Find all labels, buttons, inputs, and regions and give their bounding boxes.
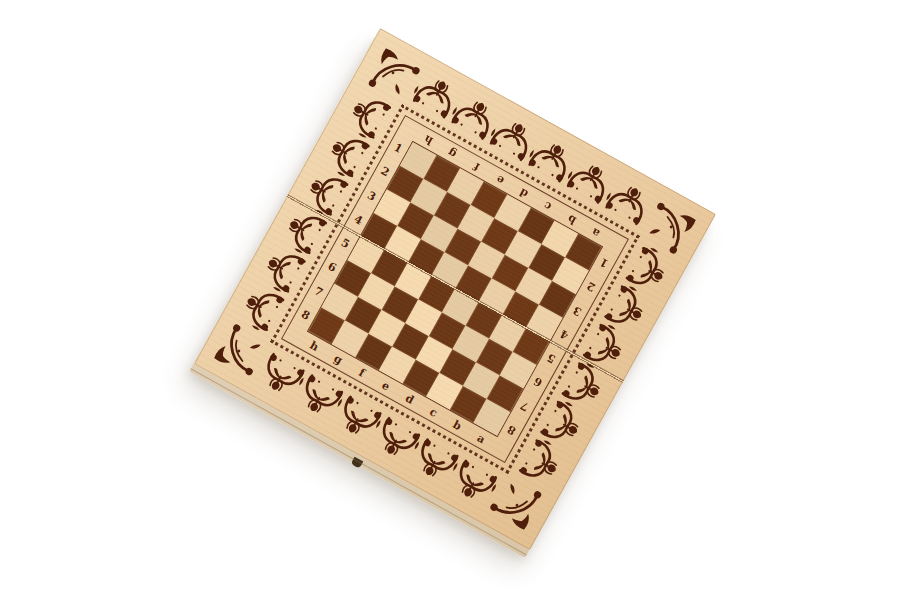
clasp-mark bbox=[351, 457, 364, 469]
board-top-face: hgfedcba hgfedcba 12345678 12345678 bbox=[194, 28, 716, 550]
product-photo-canvas: hgfedcba hgfedcba 12345678 12345678 bbox=[0, 0, 903, 600]
chess-board: hgfedcba hgfedcba 12345678 12345678 bbox=[263, 97, 647, 481]
